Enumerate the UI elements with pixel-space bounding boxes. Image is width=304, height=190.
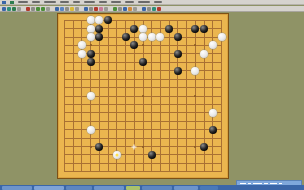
taskbar-button[interactable]: [126, 186, 140, 190]
toolbar-button[interactable]: [142, 7, 146, 11]
taskbar-button[interactable]: [142, 186, 172, 190]
toolbar: [0, 6, 304, 12]
taskbar-button[interactable]: [34, 186, 64, 190]
menu-item[interactable]: [32, 1, 40, 3]
toolbar-button[interactable]: [123, 7, 127, 11]
status-text-blob: [264, 183, 268, 184]
toolbar-button[interactable]: [99, 7, 103, 11]
toolbar-button[interactable]: [65, 7, 69, 11]
toolbar-button[interactable]: [118, 7, 122, 11]
menu-bar: [0, 0, 304, 5]
app-icon[interactable]: [10, 1, 14, 4]
cross-marker: [132, 144, 137, 149]
status-text-blob: [279, 183, 282, 184]
menu-item[interactable]: [111, 1, 121, 3]
menu-item[interactable]: [84, 1, 95, 3]
toolbar-button[interactable]: [2, 7, 6, 11]
menu-item[interactable]: [44, 1, 56, 3]
taskbar[interactable]: [0, 185, 304, 190]
toolbar-button[interactable]: [41, 7, 45, 11]
menu-item[interactable]: [154, 1, 162, 3]
toolbar-button[interactable]: [152, 7, 156, 11]
toolbar-button[interactable]: [60, 7, 64, 11]
menu-item[interactable]: [60, 1, 69, 3]
toolbar-button[interactable]: [133, 7, 137, 11]
toolbar-button[interactable]: [84, 7, 88, 11]
toolbar-button[interactable]: [113, 7, 117, 11]
menu-item[interactable]: [73, 1, 80, 3]
toolbar-button[interactable]: [94, 7, 98, 11]
toolbar-button[interactable]: [104, 7, 108, 11]
status-text-blob: [248, 183, 251, 184]
status-text-blob: [270, 183, 277, 184]
taskbar-button[interactable]: [174, 186, 198, 190]
toolbar-button[interactable]: [36, 7, 40, 11]
toolbar-button[interactable]: [157, 7, 161, 11]
taskbar-button[interactable]: [200, 186, 218, 190]
toolbar-button[interactable]: [46, 7, 50, 11]
toolbar-button[interactable]: [70, 7, 74, 11]
menu-item[interactable]: [138, 1, 150, 3]
toolbar-button[interactable]: [31, 7, 35, 11]
toolbar-button[interactable]: [89, 7, 93, 11]
status-text-blob: [253, 183, 262, 184]
board-markers: [60, 16, 226, 176]
app-window: [0, 0, 304, 190]
toolbar-button[interactable]: [128, 7, 132, 11]
status-text-blob: [240, 183, 246, 184]
menu-item[interactable]: [99, 1, 107, 3]
toolbar-button[interactable]: [17, 7, 21, 11]
toolbar-button[interactable]: [147, 7, 151, 11]
app-icon[interactable]: [2, 1, 6, 4]
taskbar-button[interactable]: [2, 186, 32, 190]
toolbar-button[interactable]: [12, 7, 16, 11]
taskbar-button[interactable]: [66, 186, 92, 190]
last-move-marker: [115, 153, 118, 156]
toolbar-button[interactable]: [7, 7, 11, 11]
toolbar-button[interactable]: [75, 7, 79, 11]
toolbar-button[interactable]: [26, 7, 30, 11]
menu-item[interactable]: [125, 1, 134, 3]
go-board[interactable]: [57, 13, 229, 179]
toolbar-button[interactable]: [55, 7, 59, 11]
menu-item[interactable]: [18, 1, 28, 3]
taskbar-button[interactable]: [94, 186, 124, 190]
